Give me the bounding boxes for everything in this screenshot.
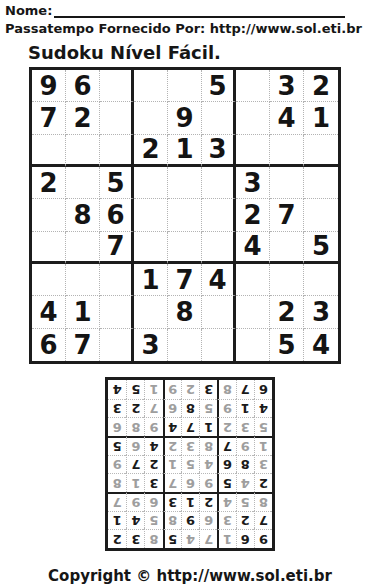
puzzle-cell-r3c9 [304, 135, 338, 167]
solution-cell-r2c8: 4 [126, 511, 144, 530]
puzzle-cell-r4c8 [270, 167, 304, 199]
solution-cell-r3c3: 4 [217, 492, 235, 511]
solution-cell-r8c7: 7 [144, 399, 162, 418]
solution-cell-r1c9: 2 [108, 529, 126, 548]
solution-cell-r5c7: 2 [144, 455, 162, 474]
name-blank-line [54, 4, 345, 18]
puzzle-cell-r9c2: 7 [66, 329, 100, 361]
puzzle-cell-r4c4 [134, 167, 168, 199]
solution-cell-r1c8: 3 [126, 529, 144, 548]
puzzle-cell-r5c3: 6 [100, 199, 134, 231]
puzzle-cell-r8c3 [100, 296, 134, 328]
name-row: Nome: [5, 3, 345, 18]
page-title: Sudoku Nível Fácil. [28, 42, 380, 63]
solution-cell-r9c1: 6 [254, 380, 272, 399]
solution-cell-r8c8: 2 [126, 399, 144, 418]
solution-cell-r6c4: 8 [199, 436, 217, 455]
solution-cell-r9c2: 7 [236, 380, 254, 399]
solution-cell-r7c1: 5 [254, 417, 272, 436]
puzzle-cell-r5c4 [134, 199, 168, 231]
solution-cell-r3c8: 9 [126, 492, 144, 511]
solution-cell-r8c1: 4 [254, 399, 272, 418]
solution-cell-r5c8: 7 [126, 455, 144, 474]
solution-cell-r7c7: 9 [144, 417, 162, 436]
solution-cell-r4c5: 6 [181, 473, 199, 492]
solution-cell-r5c3: 6 [217, 455, 235, 474]
puzzle-cell-r1c7 [236, 70, 270, 102]
puzzle-cell-r2c5: 9 [168, 102, 202, 134]
solution-cell-r3c1: 8 [254, 492, 272, 511]
puzzle-cell-r9c6 [202, 329, 236, 361]
puzzle-cell-r9c8: 5 [270, 329, 304, 361]
solution-cell-r4c7: 3 [144, 473, 162, 492]
solution-cell-r3c6: 3 [163, 492, 181, 511]
solution-cell-r7c8: 8 [126, 417, 144, 436]
puzzle-cell-r1c3 [100, 70, 134, 102]
puzzle-cell-r3c2 [66, 135, 100, 167]
puzzle-cell-r6c8 [270, 232, 304, 264]
puzzle-cell-r4c3: 5 [100, 167, 134, 199]
solution-cell-r5c5: 5 [181, 455, 199, 474]
solution-cell-r4c2: 4 [236, 473, 254, 492]
solution-cell-r7c4: 1 [199, 417, 217, 436]
puzzle-cell-r4c5 [168, 167, 202, 199]
sudoku-solution-grid-upside-down: 9617458327236985418542136972459673183864… [105, 377, 275, 551]
puzzle-cell-r5c7: 2 [236, 199, 270, 231]
solution-cell-r5c4: 4 [199, 455, 217, 474]
solution-cell-r8c3: 9 [217, 399, 235, 418]
solution-cell-r8c2: 1 [236, 399, 254, 418]
solution-cell-r6c1: 1 [254, 436, 272, 455]
solution-cell-r2c1: 7 [254, 511, 272, 530]
solution-cell-r7c2: 3 [236, 417, 254, 436]
solution-cell-r7c9: 6 [108, 417, 126, 436]
solution-cell-r2c4: 6 [199, 511, 217, 530]
solution-cell-r9c5: 2 [181, 380, 199, 399]
solution-cell-r2c3: 3 [217, 511, 235, 530]
solution-cell-r9c9: 4 [108, 380, 126, 399]
solution-cell-r7c3: 2 [217, 417, 235, 436]
solution-cell-r9c4: 3 [199, 380, 217, 399]
puzzle-cell-r5c8: 7 [270, 199, 304, 231]
puzzle-cell-r6c7: 4 [236, 232, 270, 264]
puzzle-cell-r3c5: 1 [168, 135, 202, 167]
puzzle-cell-r4c1: 2 [32, 167, 66, 199]
puzzle-cell-r6c9: 5 [304, 232, 338, 264]
puzzle-cell-r7c4: 1 [134, 264, 168, 296]
solution-cell-r5c6: 1 [163, 455, 181, 474]
puzzle-cell-r3c4: 2 [134, 135, 168, 167]
puzzle-cell-r9c1: 6 [32, 329, 66, 361]
sudoku-puzzle-grid: 965327294121325386277451744182367354 [29, 67, 341, 364]
puzzle-cell-r2c9: 1 [304, 102, 338, 134]
puzzle-cell-r5c6 [202, 199, 236, 231]
puzzle-cell-r9c3 [100, 329, 134, 361]
solution-cell-r5c1: 3 [254, 455, 272, 474]
puzzle-cell-r5c2: 8 [66, 199, 100, 231]
solution-cell-r1c2: 6 [236, 529, 254, 548]
puzzle-cell-r8c6 [202, 296, 236, 328]
solution-cell-r2c6: 8 [163, 511, 181, 530]
puzzle-cell-r6c5 [168, 232, 202, 264]
solution-cell-r4c4: 9 [199, 473, 217, 492]
puzzle-cell-r8c4 [134, 296, 168, 328]
solution-cell-r2c5: 9 [181, 511, 199, 530]
puzzle-cell-r5c9 [304, 199, 338, 231]
solution-cell-r3c4: 2 [199, 492, 217, 511]
puzzle-cell-r7c7 [236, 264, 270, 296]
puzzle-cell-r9c7 [236, 329, 270, 361]
solution-cell-r6c2: 9 [236, 436, 254, 455]
puzzle-cell-r2c1: 7 [32, 102, 66, 134]
puzzle-cell-r7c1 [32, 264, 66, 296]
puzzle-cell-r4c2 [66, 167, 100, 199]
solution-cell-r8c5: 8 [181, 399, 199, 418]
solution-cell-r9c8: 5 [126, 380, 144, 399]
solution-cell-r1c6: 5 [163, 529, 181, 548]
solution-cell-r6c6: 2 [163, 436, 181, 455]
solution-cell-r8c4: 5 [199, 399, 217, 418]
solution-cell-r1c1: 9 [254, 529, 272, 548]
solution-cell-r3c2: 5 [236, 492, 254, 511]
puzzle-cell-r1c8: 3 [270, 70, 304, 102]
puzzle-cell-r2c6 [202, 102, 236, 134]
sudoku-worksheet-page: Nome: Passatempo Fornecido Por: http://w… [0, 0, 380, 585]
puzzle-cell-r1c5 [168, 70, 202, 102]
solution-cell-r3c9: 7 [108, 492, 126, 511]
puzzle-cell-r8c2: 1 [66, 296, 100, 328]
solution-cell-r4c3: 5 [217, 473, 235, 492]
puzzle-cell-r1c4 [134, 70, 168, 102]
puzzle-cell-r8c9: 3 [304, 296, 338, 328]
solution-cell-r6c3: 7 [217, 436, 235, 455]
puzzle-cell-r2c3 [100, 102, 134, 134]
solution-cell-r6c9: 5 [108, 436, 126, 455]
puzzle-cell-r4c7: 3 [236, 167, 270, 199]
solution-cell-r8c9: 3 [108, 399, 126, 418]
puzzle-cell-r6c1 [32, 232, 66, 264]
solution-cell-r1c5: 4 [181, 529, 199, 548]
solution-cell-r4c1: 2 [254, 473, 272, 492]
puzzle-cell-r6c4 [134, 232, 168, 264]
solution-cell-r4c8: 1 [126, 473, 144, 492]
puzzle-cell-r2c8: 4 [270, 102, 304, 134]
solution-cell-r1c7: 8 [144, 529, 162, 548]
puzzle-cell-r7c9 [304, 264, 338, 296]
puzzle-cell-r7c5: 7 [168, 264, 202, 296]
puzzle-cell-r3c8 [270, 135, 304, 167]
puzzle-cell-r1c9: 2 [304, 70, 338, 102]
solution-cell-r2c9: 1 [108, 511, 126, 530]
solution-cell-r6c8: 6 [126, 436, 144, 455]
solution-cell-r5c9: 9 [108, 455, 126, 474]
solution-cell-r6c7: 4 [144, 436, 162, 455]
solution-cell-r9c3: 8 [217, 380, 235, 399]
solution-cell-r5c2: 8 [236, 455, 254, 474]
solution-cell-r3c5: 1 [181, 492, 199, 511]
puzzle-cell-r8c7 [236, 296, 270, 328]
puzzle-cell-r9c5 [168, 329, 202, 361]
puzzle-cell-r6c2 [66, 232, 100, 264]
puzzle-cell-r7c2 [66, 264, 100, 296]
puzzle-cell-r3c7 [236, 135, 270, 167]
puzzle-cell-r1c1: 9 [32, 70, 66, 102]
solution-cell-r7c5: 7 [181, 417, 199, 436]
puzzle-cell-r1c2: 6 [66, 70, 100, 102]
puzzle-cell-r2c2: 2 [66, 102, 100, 134]
provider-line: Passatempo Fornecido Por: http://www.sol… [5, 21, 380, 36]
puzzle-cell-r6c3: 7 [100, 232, 134, 264]
copyright-text: Copyright © http://www.sol.eti.br [0, 567, 380, 585]
name-label: Nome: [5, 3, 52, 18]
solution-cell-r9c6: 9 [163, 380, 181, 399]
puzzle-cell-r7c6: 4 [202, 264, 236, 296]
puzzle-cell-r3c3 [100, 135, 134, 167]
solution-cell-r8c6: 6 [163, 399, 181, 418]
solution-cell-r1c4: 7 [199, 529, 217, 548]
puzzle-cell-r3c1 [32, 135, 66, 167]
solution-cell-r2c2: 2 [236, 511, 254, 530]
puzzle-cell-r4c9 [304, 167, 338, 199]
puzzle-cell-r1c6: 5 [202, 70, 236, 102]
puzzle-cell-r9c9: 4 [304, 329, 338, 361]
solution-cell-r9c7: 1 [144, 380, 162, 399]
solution-cell-r3c7: 6 [144, 492, 162, 511]
puzzle-cell-r7c3 [100, 264, 134, 296]
puzzle-cell-r5c1 [32, 199, 66, 231]
solution-cell-r6c5: 3 [181, 436, 199, 455]
puzzle-cell-r5c5 [168, 199, 202, 231]
puzzle-cell-r2c7 [236, 102, 270, 134]
puzzle-cell-r8c5: 8 [168, 296, 202, 328]
solution-cell-r4c9: 8 [108, 473, 126, 492]
puzzle-cell-r4c6 [202, 167, 236, 199]
solution-cell-r2c7: 5 [144, 511, 162, 530]
puzzle-cell-r6c6 [202, 232, 236, 264]
puzzle-cell-r8c8: 2 [270, 296, 304, 328]
puzzle-cell-r7c8 [270, 264, 304, 296]
solution-cell-r4c6: 7 [163, 473, 181, 492]
puzzle-cell-r3c6: 3 [202, 135, 236, 167]
solution-cell-r7c6: 4 [163, 417, 181, 436]
puzzle-cell-r9c4: 3 [134, 329, 168, 361]
puzzle-cell-r2c4 [134, 102, 168, 134]
solution-cell-r1c3: 1 [217, 529, 235, 548]
puzzle-cell-r8c1: 4 [32, 296, 66, 328]
